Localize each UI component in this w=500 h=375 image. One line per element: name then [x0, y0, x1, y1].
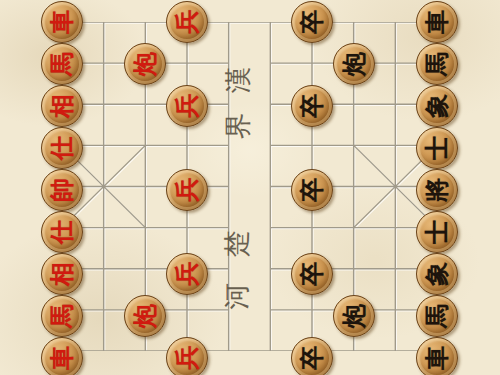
- piece-character: 馬: [50, 304, 74, 328]
- board-point-c10-r1[interactable]: 車: [416, 1, 458, 43]
- board-point-c6-r7[interactable]: [250, 253, 291, 295]
- board-point-c2-r5[interactable]: [83, 169, 124, 211]
- piece-character: 相: [50, 262, 74, 286]
- board-point-c10-r4[interactable]: 士: [416, 127, 458, 169]
- board-point-c3-r2[interactable]: 炮: [124, 43, 166, 85]
- board-point-c3-r9[interactable]: [124, 337, 166, 375]
- board-point-c8-r8[interactable]: 炮: [333, 295, 375, 337]
- board-point-c9-r5[interactable]: [375, 169, 416, 211]
- piece-character: 將: [425, 178, 449, 202]
- board-point-c9-r3[interactable]: [375, 85, 416, 127]
- board-point-c9-r7[interactable]: [375, 253, 416, 295]
- board-point-c9-r9[interactable]: [375, 337, 416, 375]
- board-point-c8-r6[interactable]: [333, 211, 375, 253]
- board-point-c4-r3[interactable]: 兵: [166, 85, 208, 127]
- piece-character: 車: [50, 10, 74, 34]
- board-point-c4-r1[interactable]: 兵: [166, 1, 208, 43]
- red-chariot-piece[interactable]: 車: [41, 1, 83, 43]
- board-point-c6-r2[interactable]: [250, 43, 291, 85]
- board-point-c2-r3[interactable]: [83, 85, 124, 127]
- board-intersection-grid: 車兵卒車馬炮炮馬相兵卒象仕士帥兵卒將仕士相兵卒象馬炮炮馬車兵卒車: [41, 1, 458, 371]
- piece-character: 士: [425, 220, 449, 244]
- board-point-c9-r8[interactable]: [375, 295, 416, 337]
- black-cannon-piece[interactable]: 炮: [333, 295, 375, 337]
- piece-character: 炮: [342, 52, 366, 76]
- board-point-c8-r2[interactable]: 炮: [333, 43, 375, 85]
- board-point-c9-r2[interactable]: [375, 43, 416, 85]
- black-chariot-piece[interactable]: 車: [416, 1, 458, 43]
- red-soldier-piece[interactable]: 兵: [166, 169, 208, 211]
- board-point-c7-r2[interactable]: [291, 43, 333, 85]
- black-chariot-piece[interactable]: 車: [416, 337, 458, 375]
- black-soldier-piece[interactable]: 卒: [291, 169, 333, 211]
- board-point-c5-r5[interactable]: [208, 169, 249, 211]
- piece-character: 士: [425, 136, 449, 160]
- red-soldier-piece[interactable]: 兵: [166, 337, 208, 375]
- board-point-c4-r4[interactable]: [166, 127, 208, 169]
- piece-character: 馬: [425, 304, 449, 328]
- piece-character: 車: [425, 10, 449, 34]
- piece-character: 兵: [175, 262, 199, 286]
- red-soldier-piece[interactable]: 兵: [166, 85, 208, 127]
- board-point-c8-r1[interactable]: [333, 1, 375, 43]
- board-point-c2-r9[interactable]: [83, 337, 124, 375]
- board-point-c4-r8[interactable]: [166, 295, 208, 337]
- board-point-c1-r7[interactable]: 相: [41, 253, 83, 295]
- board-point-c2-r1[interactable]: [83, 1, 124, 43]
- board-point-c9-r1[interactable]: [375, 1, 416, 43]
- piece-character: 炮: [342, 304, 366, 328]
- board-point-c7-r8[interactable]: [291, 295, 333, 337]
- red-horse-piece[interactable]: 馬: [41, 295, 83, 337]
- board-point-c3-r3[interactable]: [124, 85, 166, 127]
- board-point-c1-r2[interactable]: 馬: [41, 43, 83, 85]
- board-point-c8-r5[interactable]: [333, 169, 375, 211]
- red-advisor-piece[interactable]: 仕: [41, 211, 83, 253]
- board-point-c6-r9[interactable]: [250, 337, 291, 375]
- red-general-piece[interactable]: 帥: [41, 169, 83, 211]
- board-point-c10-r8[interactable]: 馬: [416, 295, 458, 337]
- board-point-c8-r4[interactable]: [333, 127, 375, 169]
- board-point-c2-r6[interactable]: [83, 211, 124, 253]
- piece-character: 相: [50, 94, 74, 118]
- red-elephant-piece[interactable]: 相: [41, 253, 83, 295]
- xiangqi-board-screen: 漢 界 楚 河 車兵卒車馬炮炮馬相兵卒象仕士帥兵卒將仕士相兵卒象馬炮炮馬車兵卒車: [0, 0, 500, 375]
- piece-character: 卒: [300, 10, 324, 34]
- board-point-c3-r5[interactable]: [124, 169, 166, 211]
- black-soldier-piece[interactable]: 卒: [291, 1, 333, 43]
- board-point-c4-r9[interactable]: 兵: [166, 337, 208, 375]
- red-cannon-piece[interactable]: 炮: [124, 295, 166, 337]
- board-point-c9-r4[interactable]: [375, 127, 416, 169]
- piece-character: 卒: [300, 346, 324, 370]
- black-cannon-piece[interactable]: 炮: [333, 43, 375, 85]
- board-point-c3-r6[interactable]: [124, 211, 166, 253]
- red-advisor-piece[interactable]: 仕: [41, 127, 83, 169]
- board-point-c3-r8[interactable]: 炮: [124, 295, 166, 337]
- board-point-c1-r5[interactable]: 帥: [41, 169, 83, 211]
- board-point-c3-r7[interactable]: [124, 253, 166, 295]
- board-point-c9-r6[interactable]: [375, 211, 416, 253]
- board-point-c2-r8[interactable]: [83, 295, 124, 337]
- board-point-c5-r1[interactable]: [208, 1, 249, 43]
- piece-character: 炮: [133, 304, 157, 328]
- piece-character: 車: [50, 346, 74, 370]
- piece-character: 帥: [50, 178, 74, 202]
- board-point-c1-r3[interactable]: 相: [41, 85, 83, 127]
- piece-character: 馬: [50, 52, 74, 76]
- piece-character: 象: [425, 94, 449, 118]
- board-point-c1-r6[interactable]: 仕: [41, 211, 83, 253]
- board-point-c5-r9[interactable]: [208, 337, 249, 375]
- board-point-c7-r3[interactable]: 卒: [291, 85, 333, 127]
- black-elephant-piece[interactable]: 象: [416, 253, 458, 295]
- piece-character: 馬: [425, 52, 449, 76]
- piece-character: 兵: [175, 178, 199, 202]
- black-horse-piece[interactable]: 馬: [416, 43, 458, 85]
- board-point-c10-r2[interactable]: 馬: [416, 43, 458, 85]
- board-point-c1-r9[interactable]: 車: [41, 337, 83, 375]
- board-point-c5-r6[interactable]: [208, 211, 249, 253]
- black-general-piece[interactable]: 將: [416, 169, 458, 211]
- black-horse-piece[interactable]: 馬: [416, 295, 458, 337]
- board-point-c3-r4[interactable]: [124, 127, 166, 169]
- red-soldier-piece[interactable]: 兵: [166, 1, 208, 43]
- board-point-c2-r4[interactable]: [83, 127, 124, 169]
- black-advisor-piece[interactable]: 士: [416, 211, 458, 253]
- board-point-c2-r2[interactable]: [83, 43, 124, 85]
- board-point-c7-r5[interactable]: 卒: [291, 169, 333, 211]
- piece-character: 車: [425, 346, 449, 370]
- board-point-c4-r2[interactable]: [166, 43, 208, 85]
- piece-character: 卒: [300, 262, 324, 286]
- board-point-c10-r9[interactable]: 車: [416, 337, 458, 375]
- piece-character: 象: [425, 262, 449, 286]
- black-elephant-piece[interactable]: 象: [416, 85, 458, 127]
- board-point-c6-r1[interactable]: [250, 1, 291, 43]
- board-point-c8-r9[interactable]: [333, 337, 375, 375]
- piece-character: 炮: [133, 52, 157, 76]
- board-point-c7-r9[interactable]: 卒: [291, 337, 333, 375]
- board-point-c4-r5[interactable]: 兵: [166, 169, 208, 211]
- board-point-c1-r1[interactable]: 車: [41, 1, 83, 43]
- board-point-c1-r8[interactable]: 馬: [41, 295, 83, 337]
- red-elephant-piece[interactable]: 相: [41, 85, 83, 127]
- piece-character: 仕: [50, 136, 74, 160]
- red-chariot-piece[interactable]: 車: [41, 337, 83, 375]
- board-point-c5-r4[interactable]: [208, 127, 249, 169]
- board-point-c5-r3[interactable]: [208, 85, 249, 127]
- board-point-c10-r6[interactable]: 士: [416, 211, 458, 253]
- red-horse-piece[interactable]: 馬: [41, 43, 83, 85]
- black-advisor-piece[interactable]: 士: [416, 127, 458, 169]
- board-point-c5-r7[interactable]: [208, 253, 249, 295]
- piece-character: 卒: [300, 94, 324, 118]
- board-point-c5-r8[interactable]: [208, 295, 249, 337]
- board-point-c7-r1[interactable]: 卒: [291, 1, 333, 43]
- board-point-c6-r8[interactable]: [250, 295, 291, 337]
- board-point-c5-r2[interactable]: [208, 43, 249, 85]
- board-point-c6-r4[interactable]: [250, 127, 291, 169]
- black-soldier-piece[interactable]: 卒: [291, 337, 333, 375]
- board-point-c8-r3[interactable]: [333, 85, 375, 127]
- red-cannon-piece[interactable]: 炮: [124, 43, 166, 85]
- board-point-c7-r4[interactable]: [291, 127, 333, 169]
- board-point-c7-r6[interactable]: [291, 211, 333, 253]
- piece-character: 仕: [50, 220, 74, 244]
- board-point-c3-r1[interactable]: [124, 1, 166, 43]
- board-point-c8-r7[interactable]: [333, 253, 375, 295]
- board-point-c6-r5[interactable]: [250, 169, 291, 211]
- board-point-c10-r5[interactable]: 將: [416, 169, 458, 211]
- black-soldier-piece[interactable]: 卒: [291, 85, 333, 127]
- board-point-c4-r7[interactable]: 兵: [166, 253, 208, 295]
- piece-character: 兵: [175, 94, 199, 118]
- board-point-c2-r7[interactable]: [83, 253, 124, 295]
- red-soldier-piece[interactable]: 兵: [166, 253, 208, 295]
- board-point-c1-r4[interactable]: 仕: [41, 127, 83, 169]
- black-soldier-piece[interactable]: 卒: [291, 253, 333, 295]
- board-point-c7-r7[interactable]: 卒: [291, 253, 333, 295]
- board-point-c4-r6[interactable]: [166, 211, 208, 253]
- board-point-c6-r6[interactable]: [250, 211, 291, 253]
- piece-character: 卒: [300, 178, 324, 202]
- piece-character: 兵: [175, 10, 199, 34]
- board-point-c10-r7[interactable]: 象: [416, 253, 458, 295]
- board-point-c10-r3[interactable]: 象: [416, 85, 458, 127]
- piece-character: 兵: [175, 346, 199, 370]
- board-point-c6-r3[interactable]: [250, 85, 291, 127]
